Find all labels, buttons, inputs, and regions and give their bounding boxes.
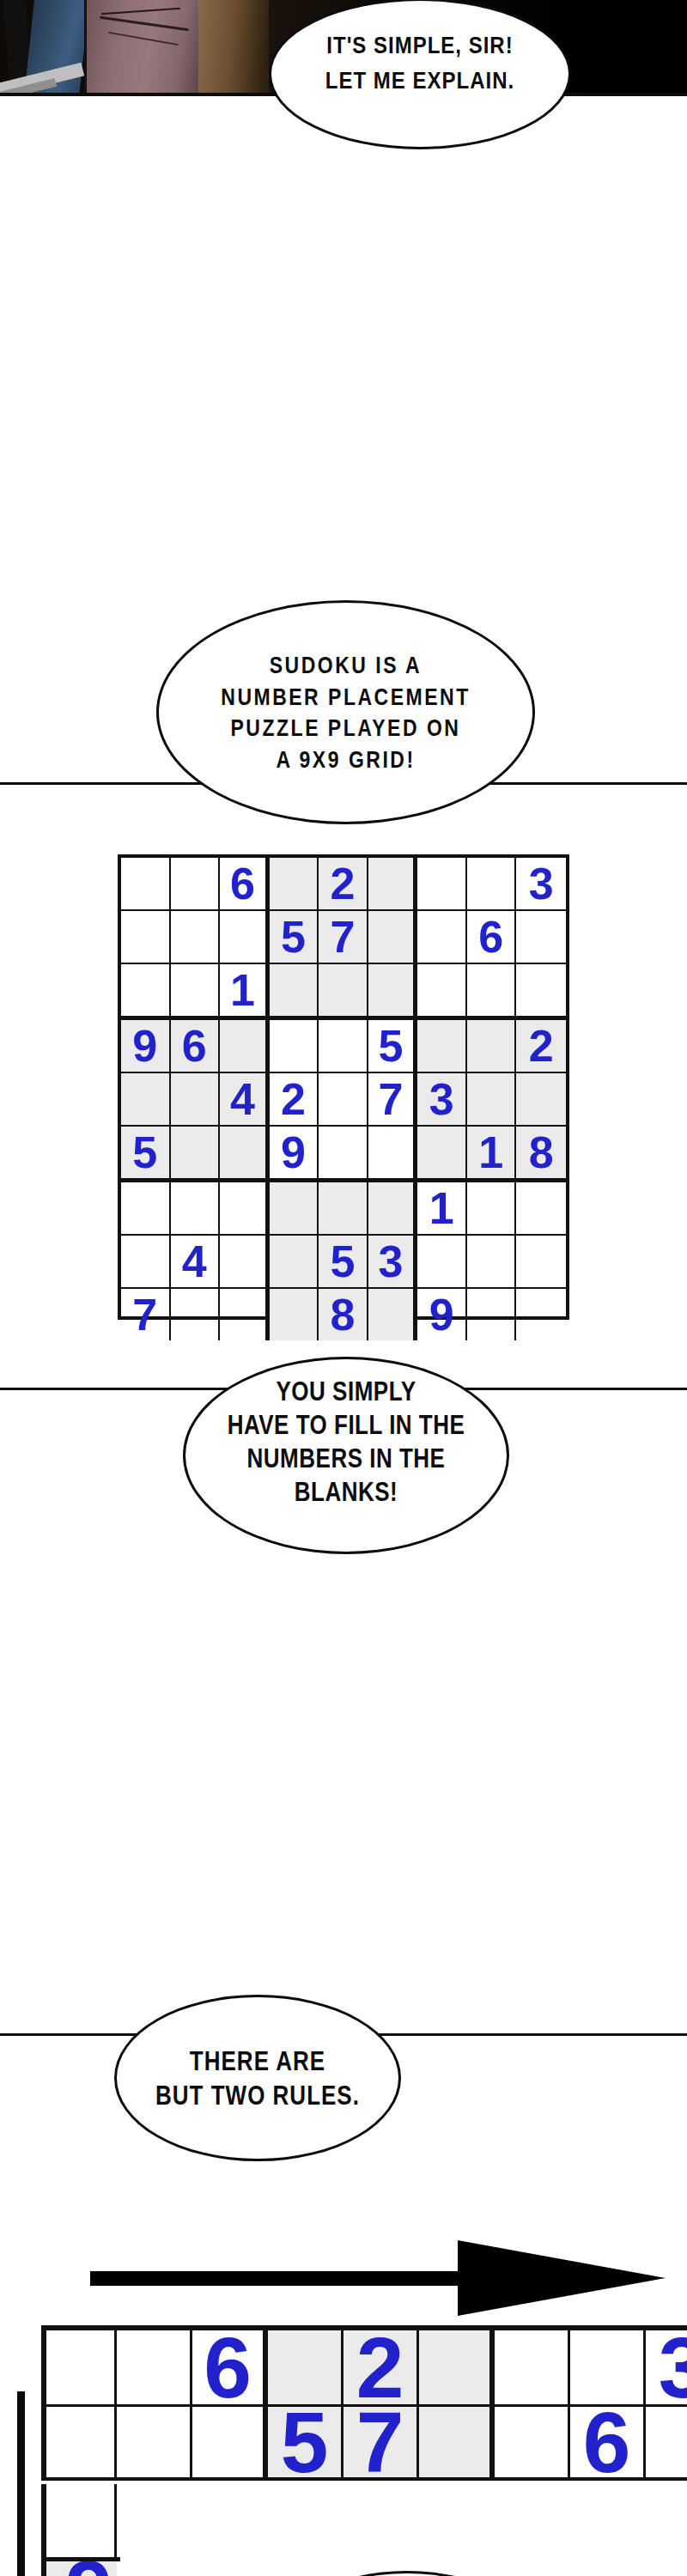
sudoku-cell-empty	[41, 2407, 117, 2481]
sudoku-cell-empty	[171, 1073, 221, 1127]
sudoku-cell-given: 2	[516, 1020, 566, 1073]
sudoku-cell-given: 6	[192, 2330, 268, 2407]
sudoku-cell-empty	[417, 1020, 467, 1073]
sudoku-cell-empty	[646, 2407, 687, 2481]
sudoku-cell-empty	[117, 2330, 192, 2407]
sudoku-cell-given: 1	[220, 964, 270, 1020]
sudoku-cell-empty	[220, 911, 270, 964]
sudoku-cell-empty	[467, 1182, 517, 1236]
speech-bubble-2: SUDOKU IS A NUMBER PLACEMENT PUZZLE PLAY…	[156, 600, 535, 824]
sudoku-cell-given: 4	[171, 1236, 221, 1289]
speech-line: LET ME EXPLAIN.	[325, 63, 514, 97]
sudoku-cell-given: 3	[417, 1073, 467, 1127]
sudoku-cell-given: 7	[343, 2407, 419, 2481]
sudoku-cell-empty	[270, 964, 319, 1020]
sudoku-cell-empty	[368, 964, 418, 1020]
speech-bubble-1: IT'S SIMPLE, SIR! LET ME EXPLAIN.	[269, 0, 571, 149]
sudoku-cell-given: 1	[417, 1182, 467, 1236]
speech-bubble-3: YOU SIMPLY HAVE TO FILL IN THE NUMBERS I…	[183, 1357, 509, 1554]
sudoku-cell-empty	[270, 1182, 319, 1236]
sudoku-cell-empty	[171, 858, 221, 911]
speech-line: BLANKS!	[228, 1476, 465, 1510]
sudoku-cell-empty	[495, 2330, 570, 2407]
sudoku-cell-empty	[220, 1236, 270, 1289]
speech-line: SUDOKU IS A	[221, 649, 470, 681]
sudoku-cell-empty	[121, 1236, 171, 1289]
sudoku-cell-empty	[319, 964, 368, 1020]
sudoku-cell-empty	[516, 1289, 566, 1340]
sudoku-cell-given: 7	[368, 1073, 418, 1127]
sudoku-grid: 62357619652427359181453789	[118, 854, 569, 1320]
sudoku-cell-empty	[467, 964, 517, 1020]
sudoku-cell-empty	[417, 911, 467, 964]
art-background-shape	[198, 0, 271, 94]
magnified-cell-r3c1	[41, 2484, 117, 2557]
sudoku-cell-empty	[270, 1020, 319, 1073]
sudoku-cell-empty	[121, 964, 171, 1020]
magnified-cell-r4c1: 9	[41, 2561, 117, 2576]
speech-line: PUZZLE PLAYED ON	[221, 713, 470, 744]
panel-left-border-bar	[17, 2391, 25, 2576]
sudoku-cell-empty	[220, 1020, 270, 1073]
sudoku-cell-empty	[41, 2330, 117, 2407]
speech-bubble-peek	[270, 2571, 544, 2576]
sudoku-cell-given: 7	[121, 1289, 171, 1340]
arrow-right-icon	[458, 2240, 666, 2316]
sudoku-cell-given: 8	[516, 1127, 566, 1182]
sudoku-cell-empty	[171, 1127, 221, 1182]
sudoku-cell-empty	[368, 1289, 418, 1340]
sudoku-cell-empty	[319, 1073, 368, 1127]
sudoku-cell-empty	[270, 858, 319, 911]
sudoku-cell-empty	[192, 2407, 268, 2481]
sudoku-cell-given: 5	[368, 1020, 418, 1073]
sudoku-cell-given: 6	[171, 1020, 221, 1073]
sudoku-cell-empty	[516, 1236, 566, 1289]
speech-line: NUMBER PLACEMENT	[221, 681, 470, 713]
sudoku-cell-empty	[368, 1127, 418, 1182]
sudoku-cell-empty	[121, 858, 171, 911]
sudoku-cell-given: 5	[270, 911, 319, 964]
sudoku-cell-given: 5	[268, 2407, 343, 2481]
sudoku-cell-empty	[270, 1236, 319, 1289]
sudoku-cell-empty	[319, 1127, 368, 1182]
sudoku-cell-empty	[467, 1073, 517, 1127]
sudoku-cell-empty	[495, 2407, 570, 2481]
zoom-arrow-shaft	[90, 2271, 458, 2286]
sudoku-cell-empty	[319, 1020, 368, 1073]
sudoku-cell-empty	[467, 1236, 517, 1289]
sudoku-cell-empty	[220, 1289, 270, 1340]
sudoku-cell-given: 9	[121, 1020, 171, 1073]
sudoku-cell-empty	[171, 964, 221, 1020]
speech-line: HAVE TO FILL IN THE	[228, 1409, 465, 1443]
sudoku-cell-empty	[419, 2407, 495, 2481]
sudoku-cell-empty	[419, 2330, 495, 2407]
sudoku-cell-given: 2	[319, 858, 368, 911]
sudoku-cell-given: 6	[570, 2407, 646, 2481]
speech-line: THERE ARE	[155, 2044, 360, 2078]
sudoku-cell-empty	[467, 1289, 517, 1340]
speech-line: BUT TWO RULES.	[155, 2078, 360, 2112]
sudoku-cell-given: 3	[368, 1236, 418, 1289]
sudoku-cell-empty	[516, 911, 566, 964]
sudoku-cell-given: 6	[467, 911, 517, 964]
speech-line: IT'S SIMPLE, SIR!	[325, 28, 514, 63]
sudoku-cell-empty	[220, 1182, 270, 1236]
speech-bubble-4: THERE ARE BUT TWO RULES.	[114, 1995, 401, 2161]
sudoku-cell-empty	[417, 964, 467, 1020]
sudoku-cell-given: 3	[516, 858, 566, 911]
sudoku-cell-empty	[417, 1236, 467, 1289]
sudoku-cell-empty	[121, 911, 171, 964]
sudoku-cell-empty	[319, 1182, 368, 1236]
sudoku-cell-empty	[516, 1182, 566, 1236]
sudoku-cell-empty	[171, 911, 221, 964]
sudoku-cell-empty	[117, 2407, 192, 2481]
sudoku-cell-given: 4	[220, 1073, 270, 1127]
sudoku-cell-given: 5	[121, 1127, 171, 1182]
sudoku-cell-empty	[121, 1182, 171, 1236]
sudoku-cell-empty	[220, 1127, 270, 1182]
sudoku-cell-empty	[368, 911, 418, 964]
sudoku-cell-given: 2	[270, 1073, 319, 1127]
sudoku-cell-given: 9	[417, 1289, 467, 1340]
sudoku-cell-given: 6	[220, 858, 270, 911]
sudoku-cell-given: 8	[319, 1289, 368, 1340]
sudoku-cell-given: 9	[270, 1127, 319, 1182]
magnified-sudoku-grid: 623576	[41, 2330, 687, 2481]
sudoku-cell-empty	[467, 1020, 517, 1073]
speech-line: YOU SIMPLY	[228, 1376, 465, 1409]
sudoku-cell-empty	[368, 858, 418, 911]
sudoku-cell-empty	[121, 1073, 171, 1127]
sudoku-cell-empty	[417, 1127, 467, 1182]
sudoku-cell-given: 3	[646, 2330, 687, 2407]
sudoku-cell-empty	[467, 858, 517, 911]
speech-line: NUMBERS IN THE	[228, 1443, 465, 1476]
sudoku-cell-given: 7	[319, 911, 368, 964]
sudoku-cell-empty	[516, 1073, 566, 1127]
sudoku-cell-empty	[368, 1182, 418, 1236]
sudoku-cell-given: 5	[319, 1236, 368, 1289]
speech-line: A 9X9 GRID!	[221, 744, 470, 775]
sudoku-cell-empty	[171, 1289, 221, 1340]
comic-page: IT'S SIMPLE, SIR! LET ME EXPLAIN. SUDOKU…	[0, 0, 687, 2576]
sudoku-cell-given: 1	[467, 1127, 517, 1182]
sudoku-digit: 9	[65, 2561, 113, 2576]
sudoku-cell-empty	[270, 1289, 319, 1340]
sudoku-cell-empty	[417, 858, 467, 911]
sudoku-cell-empty	[516, 964, 566, 1020]
sudoku-cell-empty	[171, 1182, 221, 1236]
